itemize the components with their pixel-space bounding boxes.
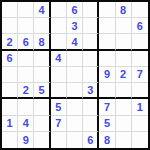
sudoku-cell-r4c6[interactable] — [83, 51, 99, 67]
sudoku-cell-r2c2[interactable] — [18, 18, 34, 34]
sudoku-cell-r2c3[interactable] — [34, 18, 50, 34]
sudoku-cell-r9c9[interactable] — [132, 132, 148, 148]
sudoku-cell-r1c2[interactable] — [18, 2, 34, 18]
sudoku-cell-r4c3[interactable] — [34, 51, 50, 67]
sudoku-cell-r1c7[interactable] — [99, 2, 115, 18]
sudoku-cell-r5c6[interactable] — [83, 67, 99, 83]
sudoku-cell-r2c4[interactable] — [51, 18, 67, 34]
sudoku-cell-r6c6[interactable]: 3 — [83, 83, 99, 99]
sudoku-cell-r1c3[interactable]: 4 — [34, 2, 50, 18]
sudoku-cell-r7c5[interactable] — [67, 99, 83, 115]
sudoku-cell-r5c2[interactable] — [18, 67, 34, 83]
sudoku-cell-r8c2[interactable]: 4 — [18, 116, 34, 132]
sudoku-cell-r7c6[interactable] — [83, 99, 99, 115]
sudoku-cell-r2c9[interactable]: 6 — [132, 18, 148, 34]
sudoku-cell-r3c7[interactable] — [99, 34, 115, 50]
sudoku-cell-r7c7[interactable]: 7 — [99, 99, 115, 115]
sudoku-cell-r4c7[interactable] — [99, 51, 115, 67]
sudoku-cell-r9c7[interactable]: 8 — [99, 132, 115, 148]
sudoku-cell-r1c1[interactable] — [2, 2, 18, 18]
sudoku-cell-r9c2[interactable]: 9 — [18, 132, 34, 148]
sudoku-cell-r3c8[interactable] — [116, 34, 132, 50]
sudoku-cell-r5c5[interactable] — [67, 67, 83, 83]
sudoku-cell-r9c5[interactable] — [67, 132, 83, 148]
sudoku-cell-r7c1[interactable] — [2, 99, 18, 115]
sudoku-cell-r4c2[interactable] — [18, 51, 34, 67]
sudoku-cell-r3c5[interactable]: 4 — [67, 34, 83, 50]
sudoku-cell-r4c8[interactable] — [116, 51, 132, 67]
sudoku-cell-r6c3[interactable]: 5 — [34, 83, 50, 99]
sudoku-cell-r8c1[interactable]: 1 — [2, 116, 18, 132]
sudoku-cell-r6c1[interactable] — [2, 83, 18, 99]
sudoku-cell-r3c9[interactable] — [132, 34, 148, 50]
sudoku-cell-r7c9[interactable]: 1 — [132, 99, 148, 115]
sudoku-cell-r2c8[interactable] — [116, 18, 132, 34]
sudoku-board: 468362684649272535711475968 — [0, 0, 150, 150]
sudoku-cell-r2c5[interactable]: 3 — [67, 18, 83, 34]
sudoku-cell-r8c3[interactable] — [34, 116, 50, 132]
sudoku-cell-r4c1[interactable]: 6 — [2, 51, 18, 67]
sudoku-cell-r8c9[interactable] — [132, 116, 148, 132]
sudoku-cell-r5c7[interactable]: 9 — [99, 67, 115, 83]
sudoku-cell-r1c5[interactable]: 6 — [67, 2, 83, 18]
sudoku-cell-r1c4[interactable] — [51, 2, 67, 18]
sudoku-cell-r7c4[interactable]: 5 — [51, 99, 67, 115]
sudoku-cell-r3c1[interactable]: 2 — [2, 34, 18, 50]
sudoku-cell-r2c7[interactable] — [99, 18, 115, 34]
sudoku-cell-r9c3[interactable] — [34, 132, 50, 148]
sudoku-cell-r3c4[interactable] — [51, 34, 67, 50]
sudoku-cell-r5c3[interactable] — [34, 67, 50, 83]
sudoku-cell-r8c7[interactable]: 5 — [99, 116, 115, 132]
sudoku-cell-r8c4[interactable]: 7 — [51, 116, 67, 132]
sudoku-cell-r7c8[interactable] — [116, 99, 132, 115]
sudoku-cell-r5c8[interactable]: 2 — [116, 67, 132, 83]
sudoku-cell-r6c2[interactable]: 2 — [18, 83, 34, 99]
sudoku-cell-r7c2[interactable] — [18, 99, 34, 115]
sudoku-cell-r9c6[interactable]: 6 — [83, 132, 99, 148]
sudoku-cell-r8c5[interactable] — [67, 116, 83, 132]
sudoku-cell-r1c6[interactable] — [83, 2, 99, 18]
sudoku-cell-r6c9[interactable] — [132, 83, 148, 99]
sudoku-cell-r5c4[interactable] — [51, 67, 67, 83]
sudoku-cell-r7c3[interactable] — [34, 99, 50, 115]
sudoku-cell-r1c9[interactable] — [132, 2, 148, 18]
sudoku-cell-r3c3[interactable]: 8 — [34, 34, 50, 50]
sudoku-cell-r9c4[interactable] — [51, 132, 67, 148]
sudoku-cell-r3c6[interactable] — [83, 34, 99, 50]
sudoku-cell-r4c5[interactable] — [67, 51, 83, 67]
sudoku-cell-r2c1[interactable] — [2, 18, 18, 34]
sudoku-cell-r6c8[interactable] — [116, 83, 132, 99]
sudoku-cell-r9c1[interactable] — [2, 132, 18, 148]
sudoku-cell-r3c2[interactable]: 6 — [18, 34, 34, 50]
sudoku-cell-r8c8[interactable] — [116, 116, 132, 132]
sudoku-cell-r8c6[interactable] — [83, 116, 99, 132]
sudoku-cell-r6c5[interactable] — [67, 83, 83, 99]
sudoku-cell-r5c9[interactable]: 7 — [132, 67, 148, 83]
sudoku-cell-r9c8[interactable] — [116, 132, 132, 148]
sudoku-cell-r2c6[interactable] — [83, 18, 99, 34]
sudoku-cell-r4c9[interactable] — [132, 51, 148, 67]
sudoku-cell-r1c8[interactable]: 8 — [116, 2, 132, 18]
sudoku-cell-r6c4[interactable] — [51, 83, 67, 99]
sudoku-cell-r4c4[interactable]: 4 — [51, 51, 67, 67]
sudoku-cell-r6c7[interactable] — [99, 83, 115, 99]
sudoku-cell-r5c1[interactable] — [2, 67, 18, 83]
